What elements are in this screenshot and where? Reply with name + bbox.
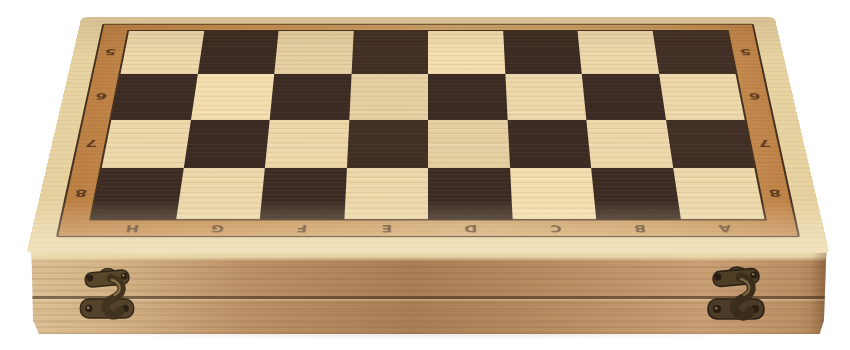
square-h7 [102,120,191,168]
square-e6 [349,74,428,120]
square-e5 [351,31,428,74]
box-lid-board: 5678 5678 HGFEDCBA [26,17,829,253]
square-a7 [665,120,754,168]
square-b5 [577,31,658,74]
square-e8 [344,168,428,219]
square-a6 [659,74,745,120]
square-g6 [191,74,275,120]
square-b8 [591,168,680,219]
square-b6 [582,74,666,120]
square-f8 [260,168,347,219]
square-h8 [92,168,184,219]
square-g8 [176,168,265,219]
square-c6 [505,74,586,120]
square-d6 [428,74,507,120]
playing-area [89,30,767,220]
square-h6 [111,74,197,120]
square-g5 [197,31,278,74]
chess-box-photo: 5678 5678 HGFEDCBA [0,0,850,350]
square-d5 [428,31,505,74]
square-a5 [652,31,735,74]
square-f5 [274,31,353,74]
right-latch-icon [696,266,776,330]
square-a8 [673,168,765,219]
square-c7 [507,120,591,168]
square-c8 [510,168,597,219]
square-f7 [265,120,349,168]
square-e7 [346,120,428,168]
square-f6 [270,74,351,120]
square-b7 [586,120,672,168]
square-d8 [428,168,512,219]
board-grid [92,31,765,219]
left-latch-icon [69,266,145,330]
square-c5 [503,31,582,74]
square-d7 [428,120,510,168]
square-h5 [120,31,203,74]
square-g7 [183,120,269,168]
